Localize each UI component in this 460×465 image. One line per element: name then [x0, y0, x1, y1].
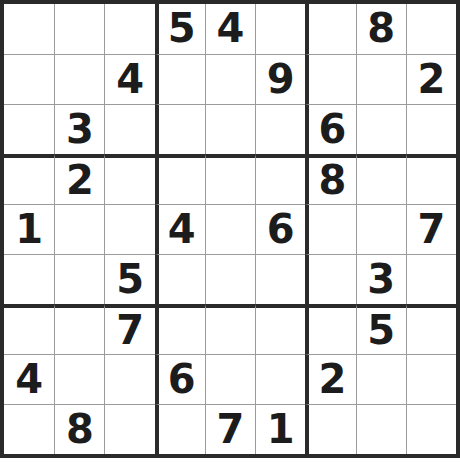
cell-r9c5[interactable]: 7	[205, 404, 255, 454]
cell-r5c9[interactable]: 7	[406, 204, 456, 254]
sudoku-board: 548492362814675375462871	[0, 0, 460, 458]
cell-r2c2[interactable]	[54, 54, 104, 104]
cell-r6c5[interactable]	[205, 254, 255, 304]
cell-r3c7[interactable]: 6	[305, 104, 355, 154]
cell-r6c8[interactable]: 3	[356, 254, 406, 304]
cell-r1c9[interactable]	[406, 4, 456, 54]
cell-digit: 7	[116, 310, 144, 350]
cell-r9c9[interactable]	[406, 404, 456, 454]
cell-r8c8[interactable]	[356, 354, 406, 404]
cell-digit: 2	[66, 160, 94, 200]
cell-r2c6[interactable]: 9	[255, 54, 305, 104]
cell-r2c4[interactable]	[155, 54, 205, 104]
cell-r1c6[interactable]	[255, 4, 305, 54]
cell-r1c3[interactable]	[104, 4, 154, 54]
cell-r9c6[interactable]: 1	[255, 404, 305, 454]
cell-r4c8[interactable]	[356, 154, 406, 204]
cell-r8c6[interactable]	[255, 354, 305, 404]
cell-r7c9[interactable]	[406, 304, 456, 354]
cell-digit: 2	[417, 59, 445, 99]
cell-r9c3[interactable]	[104, 404, 154, 454]
cell-r2c9[interactable]: 2	[406, 54, 456, 104]
cell-r7c7[interactable]	[305, 304, 355, 354]
cell-r7c6[interactable]	[255, 304, 305, 354]
cell-r4c2[interactable]: 2	[54, 154, 104, 204]
cell-r8c3[interactable]	[104, 354, 154, 404]
cell-digit: 8	[319, 160, 347, 200]
cell-r2c7[interactable]	[305, 54, 355, 104]
cell-digit: 4	[15, 359, 43, 399]
cell-digit: 3	[367, 259, 395, 299]
cell-r6c7[interactable]	[305, 254, 355, 304]
sudoku-page: 548492362814675375462871	[0, 0, 460, 465]
cell-digit: 4	[116, 59, 144, 99]
cell-digit: 2	[319, 359, 347, 399]
cell-r5c4[interactable]: 4	[155, 204, 205, 254]
cell-r1c8[interactable]: 8	[356, 4, 406, 54]
cell-r8c1[interactable]: 4	[4, 354, 54, 404]
cell-r3c5[interactable]	[205, 104, 255, 154]
cell-r4c3[interactable]	[104, 154, 154, 204]
cell-r9c8[interactable]	[356, 404, 406, 454]
cell-r8c7[interactable]: 2	[305, 354, 355, 404]
cell-r1c2[interactable]	[54, 4, 104, 54]
cell-digit: 7	[217, 409, 245, 449]
cell-r8c2[interactable]	[54, 354, 104, 404]
cell-r3c6[interactable]	[255, 104, 305, 154]
cell-r7c4[interactable]	[155, 304, 205, 354]
cell-r7c1[interactable]	[4, 304, 54, 354]
cell-r6c1[interactable]	[4, 254, 54, 304]
cell-r3c4[interactable]	[155, 104, 205, 154]
cell-r7c8[interactable]: 5	[356, 304, 406, 354]
cell-digit: 8	[66, 409, 94, 449]
cell-digit: 4	[217, 8, 245, 48]
cell-r5c1[interactable]: 1	[4, 204, 54, 254]
cell-r5c5[interactable]	[205, 204, 255, 254]
cell-r3c9[interactable]	[406, 104, 456, 154]
cell-r8c9[interactable]	[406, 354, 456, 404]
cell-r3c8[interactable]	[356, 104, 406, 154]
cell-r1c5[interactable]: 4	[205, 4, 255, 54]
cell-r4c7[interactable]: 8	[305, 154, 355, 204]
cell-r2c1[interactable]	[4, 54, 54, 104]
cell-r1c7[interactable]	[305, 4, 355, 54]
cell-r1c4[interactable]: 5	[155, 4, 205, 54]
cell-r4c6[interactable]	[255, 154, 305, 204]
cell-r9c7[interactable]	[305, 404, 355, 454]
cell-digit: 6	[319, 109, 347, 149]
cell-r6c6[interactable]	[255, 254, 305, 304]
cell-r7c2[interactable]	[54, 304, 104, 354]
cell-r5c8[interactable]	[356, 204, 406, 254]
cell-digit: 1	[15, 209, 43, 249]
cell-r8c5[interactable]	[205, 354, 255, 404]
cell-r9c1[interactable]	[4, 404, 54, 454]
cell-r8c4[interactable]: 6	[155, 354, 205, 404]
cell-digit: 5	[168, 8, 196, 48]
cell-r1c1[interactable]	[4, 4, 54, 54]
cell-digit: 9	[267, 59, 295, 99]
cell-r3c2[interactable]: 3	[54, 104, 104, 154]
cell-digit: 6	[168, 359, 196, 399]
cell-r9c2[interactable]: 8	[54, 404, 104, 454]
cell-r6c4[interactable]	[155, 254, 205, 304]
cell-digit: 7	[417, 209, 445, 249]
cell-r4c4[interactable]	[155, 154, 205, 204]
cell-r3c1[interactable]	[4, 104, 54, 154]
cell-r4c1[interactable]	[4, 154, 54, 204]
cell-digit: 5	[116, 259, 144, 299]
cell-r9c4[interactable]	[155, 404, 205, 454]
cell-r6c2[interactable]	[54, 254, 104, 304]
cell-r7c3[interactable]: 7	[104, 304, 154, 354]
cell-r5c2[interactable]	[54, 204, 104, 254]
cell-r2c5[interactable]	[205, 54, 255, 104]
cell-digit: 5	[367, 310, 395, 350]
cell-r6c3[interactable]: 5	[104, 254, 154, 304]
cell-r6c9[interactable]	[406, 254, 456, 304]
cell-digit: 4	[168, 209, 196, 249]
cell-r2c3[interactable]: 4	[104, 54, 154, 104]
cell-r5c3[interactable]	[104, 204, 154, 254]
cell-r2c8[interactable]	[356, 54, 406, 104]
cell-digit: 6	[267, 209, 295, 249]
cell-digit: 3	[66, 109, 94, 149]
cell-r3c3[interactable]	[104, 104, 154, 154]
cell-r4c9[interactable]	[406, 154, 456, 204]
cell-r5c6[interactable]: 6	[255, 204, 305, 254]
cell-r7c5[interactable]	[205, 304, 255, 354]
cell-digit: 1	[267, 409, 295, 449]
cell-r5c7[interactable]	[305, 204, 355, 254]
cell-digit: 8	[367, 8, 395, 48]
cell-r4c5[interactable]	[205, 154, 255, 204]
